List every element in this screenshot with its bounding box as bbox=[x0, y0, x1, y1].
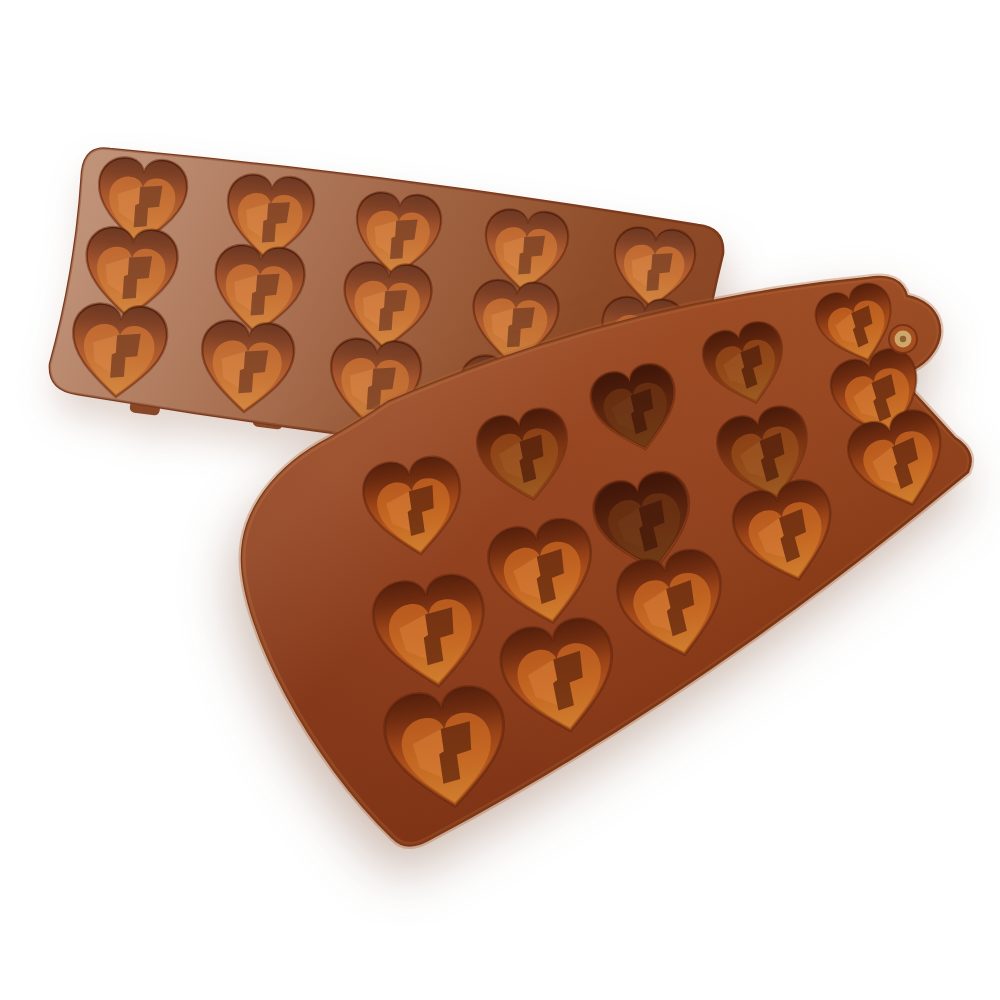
hang-tab bbox=[889, 325, 917, 353]
photo-canvas bbox=[0, 0, 1000, 1000]
product-photo bbox=[0, 0, 1000, 1000]
hang-hole-center bbox=[900, 336, 906, 342]
